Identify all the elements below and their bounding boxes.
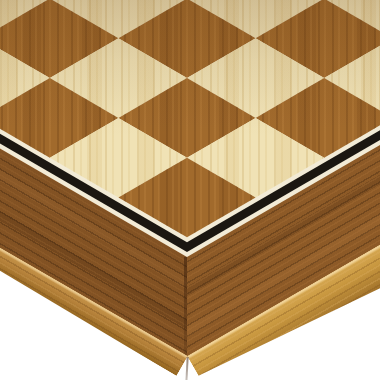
board-photo xyxy=(0,0,380,380)
frame-miter-seam xyxy=(185,257,187,358)
corner-edge-seam xyxy=(186,356,189,380)
